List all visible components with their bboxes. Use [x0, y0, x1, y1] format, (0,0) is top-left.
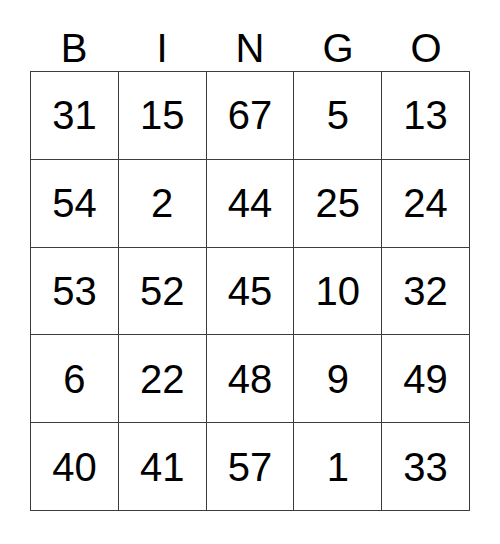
bingo-cell[interactable]: 15 — [119, 72, 206, 159]
column-letter-g: G — [294, 0, 382, 71]
column-letter-n: N — [206, 0, 294, 71]
bingo-cell[interactable]: 1 — [294, 423, 381, 510]
bingo-cell[interactable]: 54 — [31, 160, 118, 247]
column-letter-o: O — [382, 0, 470, 71]
bingo-cell[interactable]: 52 — [119, 248, 206, 335]
bingo-cell[interactable]: 33 — [382, 423, 469, 510]
bingo-cell[interactable]: 40 — [31, 423, 118, 510]
bingo-cell[interactable]: 31 — [31, 72, 118, 159]
column-letter-i: I — [118, 0, 206, 71]
bingo-cell[interactable]: 53 — [31, 248, 118, 335]
bingo-cell[interactable]: 13 — [382, 72, 469, 159]
bingo-cell[interactable]: 49 — [382, 335, 469, 422]
column-letter-b: B — [30, 0, 118, 71]
bingo-cell[interactable]: 32 — [382, 248, 469, 335]
bingo-cell[interactable]: 22 — [119, 335, 206, 422]
bingo-cell[interactable]: 5 — [294, 72, 381, 159]
bingo-header: B I N G O — [30, 0, 470, 71]
bingo-cell[interactable]: 6 — [31, 335, 118, 422]
bingo-cell[interactable]: 25 — [294, 160, 381, 247]
bingo-cell[interactable]: 48 — [207, 335, 294, 422]
bingo-cell[interactable]: 57 — [207, 423, 294, 510]
bingo-cell[interactable]: 10 — [294, 248, 381, 335]
bingo-cell[interactable]: 24 — [382, 160, 469, 247]
bingo-cell[interactable]: 45 — [207, 248, 294, 335]
bingo-cell[interactable]: 2 — [119, 160, 206, 247]
bingo-grid: 31 15 67 5 13 54 2 44 25 24 53 52 45 10 … — [30, 71, 470, 511]
bingo-cell[interactable]: 9 — [294, 335, 381, 422]
bingo-cell[interactable]: 44 — [207, 160, 294, 247]
bingo-cell[interactable]: 41 — [119, 423, 206, 510]
bingo-card: B I N G O 31 15 67 5 13 54 2 44 25 24 53… — [0, 0, 500, 544]
bingo-cell[interactable]: 67 — [207, 72, 294, 159]
